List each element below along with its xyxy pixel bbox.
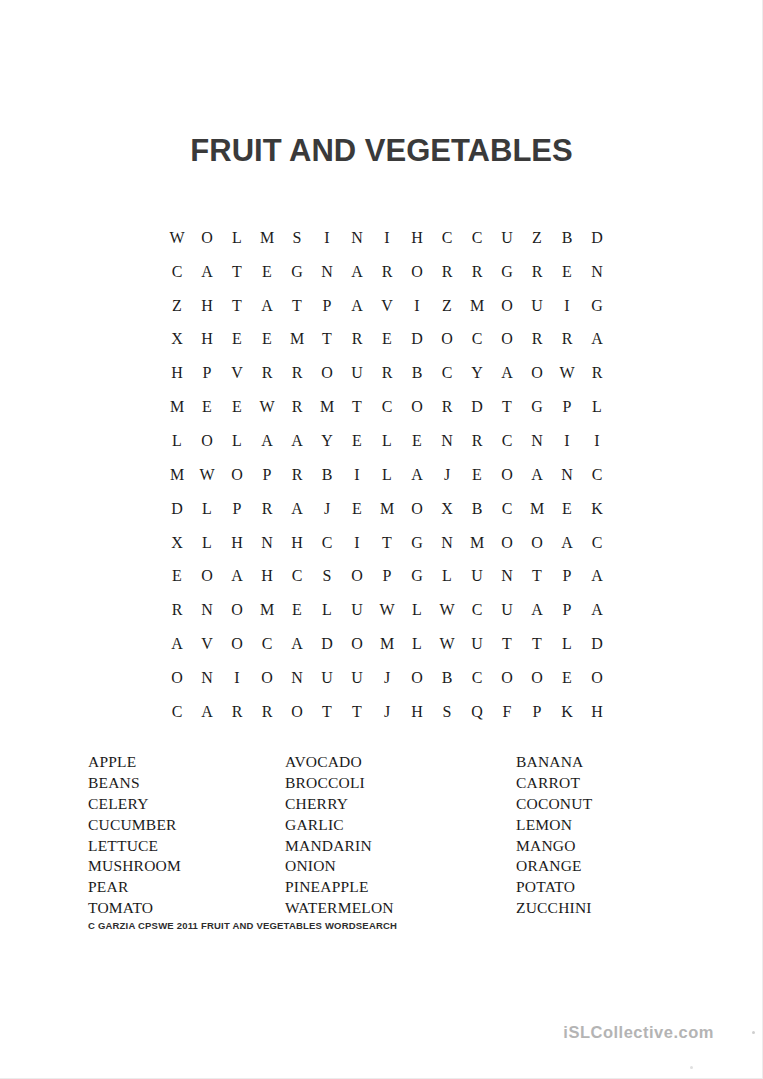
grid-cell: O [492, 458, 522, 492]
worksheet-page: FRUIT AND VEGETABLES WOLMSINIHCCUZBDCATE… [0, 0, 763, 1079]
grid-cell: Z [162, 289, 192, 323]
word-list-item: MANDARIN [285, 836, 394, 857]
grid-cell: R [162, 593, 192, 627]
grid-cell: E [192, 390, 222, 424]
grid-cell: I [312, 221, 342, 255]
grid-cell: V [222, 356, 252, 390]
grid-cell: V [372, 289, 402, 323]
grid-cell: A [492, 356, 522, 390]
grid-cell: E [342, 492, 372, 526]
grid-cell: P [552, 390, 582, 424]
grid-cell: C [162, 695, 192, 729]
grid-cell: O [342, 559, 372, 593]
grid-cell: A [192, 255, 222, 289]
grid-cell: O [222, 458, 252, 492]
grid-cell: I [372, 221, 402, 255]
grid-cell: H [402, 695, 432, 729]
grid-cell: J [432, 458, 462, 492]
grid-cell: N [492, 559, 522, 593]
grid-cell: A [402, 458, 432, 492]
grid-cell: N [432, 526, 462, 560]
grid-cell: X [432, 492, 462, 526]
grid-cell: L [192, 526, 222, 560]
grid-cell: C [462, 221, 492, 255]
grid-cell: M [462, 289, 492, 323]
grid-cell: L [162, 424, 192, 458]
grid-cell: C [252, 627, 282, 661]
grid-cell: O [432, 323, 462, 357]
grid-cell: O [492, 289, 522, 323]
grid-cell: L [372, 424, 402, 458]
grid-cell: E [552, 661, 582, 695]
grid-cell: O [222, 627, 252, 661]
grid-cell: A [282, 492, 312, 526]
grid-cell: R [282, 458, 312, 492]
grid-cell: N [522, 424, 552, 458]
grid-cell: A [522, 593, 552, 627]
grid-cell: G [492, 255, 522, 289]
grid-cell: E [462, 458, 492, 492]
grid-cell: L [312, 593, 342, 627]
scan-artifact-dot [690, 1066, 693, 1069]
word-list-item: TOMATO [88, 898, 181, 919]
word-list-item: ZUCCHINI [516, 898, 592, 919]
word-list-item: MUSHROOM [88, 856, 181, 877]
grid-cell: I [342, 526, 372, 560]
grid-cell: K [552, 695, 582, 729]
grid-cell: O [342, 627, 372, 661]
grid-cell: L [552, 627, 582, 661]
grid-cell: T [222, 255, 252, 289]
grid-cell: A [522, 458, 552, 492]
grid-cell: R [222, 695, 252, 729]
grid-cell: P [552, 593, 582, 627]
word-list-item: APPLE [88, 752, 181, 773]
grid-cell: H [402, 221, 432, 255]
grid-cell: D [312, 627, 342, 661]
grid-cell: M [282, 323, 312, 357]
grid-cell: N [432, 424, 462, 458]
grid-cell: M [162, 390, 192, 424]
grid-cell: F [492, 695, 522, 729]
grid-cell: T [342, 695, 372, 729]
grid-cell: M [162, 458, 192, 492]
word-list-column: AVOCADOBROCCOLICHERRYGARLICMANDARINONION… [285, 752, 394, 919]
grid-cell: T [342, 390, 372, 424]
grid-cell: L [402, 593, 432, 627]
word-list-item: BROCCOLI [285, 773, 394, 794]
credit-line: C GARZIA CPSWE 2011 FRUIT AND VEGETABLES… [88, 920, 397, 931]
grid-cell: O [282, 695, 312, 729]
grid-cell: C [282, 559, 312, 593]
grid-cell: C [462, 323, 492, 357]
grid-cell: E [552, 255, 582, 289]
grid-cell: U [462, 559, 492, 593]
word-list-item: CHERRY [285, 794, 394, 815]
grid-cell: C [372, 390, 402, 424]
grid-cell: I [222, 661, 252, 695]
grid-cell: G [522, 390, 552, 424]
grid-cell: K [582, 492, 612, 526]
grid-cell: L [372, 458, 402, 492]
grid-cell: M [312, 390, 342, 424]
grid-cell: U [312, 661, 342, 695]
word-list-item: ORANGE [516, 856, 592, 877]
grid-cell: J [372, 661, 402, 695]
grid-cell: B [462, 492, 492, 526]
grid-cell: R [522, 323, 552, 357]
grid-cell: N [582, 255, 612, 289]
word-list-item: BANANA [516, 752, 592, 773]
grid-cell: A [582, 323, 612, 357]
grid-cell: N [252, 526, 282, 560]
grid-cell: H [192, 289, 222, 323]
grid-cell: T [522, 559, 552, 593]
grid-cell: O [192, 221, 222, 255]
grid-cell: L [192, 492, 222, 526]
grid-cell: D [402, 323, 432, 357]
grid-cell: Q [462, 695, 492, 729]
grid-cell: R [582, 356, 612, 390]
grid-cell: A [222, 559, 252, 593]
word-list-column: APPLEBEANSCELERYCUCUMBERLETTUCEMUSHROOMP… [88, 752, 181, 919]
grid-cell: D [162, 492, 192, 526]
grid-cell: L [582, 390, 612, 424]
grid-cell: R [372, 255, 402, 289]
grid-cell: H [252, 559, 282, 593]
grid-cell: G [402, 526, 432, 560]
grid-cell: Z [522, 221, 552, 255]
grid-cell: M [372, 492, 402, 526]
grid-cell: Y [312, 424, 342, 458]
grid-cell: C [582, 526, 612, 560]
grid-cell: O [222, 593, 252, 627]
grid-cell: E [252, 255, 282, 289]
word-list-item: GARLIC [285, 815, 394, 836]
word-list-item: AVOCADO [285, 752, 394, 773]
grid-cell: U [342, 593, 372, 627]
grid-cell: A [282, 627, 312, 661]
grid-cell: H [192, 323, 222, 357]
grid-cell: M [522, 492, 552, 526]
grid-cell: S [432, 695, 462, 729]
grid-cell: M [372, 627, 402, 661]
scan-artifact-dot [752, 1031, 755, 1034]
grid-cell: Y [462, 356, 492, 390]
grid-cell: R [432, 390, 462, 424]
word-list-item: CARROT [516, 773, 592, 794]
grid-cell: E [552, 492, 582, 526]
grid-cell: A [582, 559, 612, 593]
word-list-item: LETTUCE [88, 836, 181, 857]
grid-cell: V [192, 627, 222, 661]
grid-cell: X [162, 323, 192, 357]
grid-cell: I [582, 424, 612, 458]
grid-cell: G [582, 289, 612, 323]
grid-cell: O [252, 661, 282, 695]
grid-cell: A [342, 289, 372, 323]
grid-cell: R [252, 356, 282, 390]
grid-cell: A [552, 526, 582, 560]
grid-cell: C [492, 492, 522, 526]
word-list-item: CUCUMBER [88, 815, 181, 836]
grid-cell: A [192, 695, 222, 729]
grid-cell: R [552, 323, 582, 357]
grid-cell: O [312, 356, 342, 390]
grid-cell: B [402, 356, 432, 390]
grid-cell: I [552, 424, 582, 458]
grid-cell: P [372, 559, 402, 593]
grid-cell: O [402, 255, 432, 289]
grid-cell: U [492, 221, 522, 255]
grid-cell: E [222, 390, 252, 424]
grid-cell: M [462, 526, 492, 560]
grid-cell: E [222, 323, 252, 357]
grid-cell: P [192, 356, 222, 390]
grid-cell: C [582, 458, 612, 492]
grid-cell: O [402, 390, 432, 424]
word-list-item: PINEAPPLE [285, 877, 394, 898]
grid-cell: E [402, 424, 432, 458]
grid-cell: O [522, 661, 552, 695]
grid-cell: R [432, 255, 462, 289]
grid-cell: H [162, 356, 192, 390]
grid-cell: N [312, 255, 342, 289]
grid-cell: U [522, 289, 552, 323]
grid-cell: D [582, 627, 612, 661]
grid-cell: I [402, 289, 432, 323]
word-list-item: LEMON [516, 815, 592, 836]
grid-cell: H [222, 526, 252, 560]
word-list-item: POTATO [516, 877, 592, 898]
grid-cell: W [192, 458, 222, 492]
grid-cell: P [552, 559, 582, 593]
grid-cell: T [522, 627, 552, 661]
grid-cell: N [552, 458, 582, 492]
grid-cell: W [162, 221, 192, 255]
grid-cell: E [252, 323, 282, 357]
grid-cell: A [342, 255, 372, 289]
grid-cell: A [162, 627, 192, 661]
grid-cell: N [282, 661, 312, 695]
grid-cell: P [312, 289, 342, 323]
grid-cell: R [462, 424, 492, 458]
grid-cell: U [492, 593, 522, 627]
grid-cell: B [312, 458, 342, 492]
grid-cell: E [282, 593, 312, 627]
grid-cell: H [282, 526, 312, 560]
grid-cell: R [372, 356, 402, 390]
grid-cell: W [252, 390, 282, 424]
word-list-item: ONION [285, 856, 394, 877]
grid-cell: L [222, 221, 252, 255]
grid-cell: D [462, 390, 492, 424]
grid-cell: N [342, 221, 372, 255]
grid-cell: W [432, 627, 462, 661]
grid-cell: A [582, 593, 612, 627]
word-list-column: BANANACARROTCOCONUTLEMONMANGOORANGEPOTAT… [516, 752, 592, 919]
grid-cell: L [432, 559, 462, 593]
grid-cell: B [552, 221, 582, 255]
grid-cell: R [462, 255, 492, 289]
grid-cell: N [192, 593, 222, 627]
grid-cell: O [522, 526, 552, 560]
grid-cell: I [342, 458, 372, 492]
grid-cell: A [252, 289, 282, 323]
word-list-item: PEAR [88, 877, 181, 898]
grid-cell: T [282, 289, 312, 323]
grid-cell: C [432, 356, 462, 390]
grid-cell: E [162, 559, 192, 593]
grid-cell: O [522, 356, 552, 390]
grid-cell: W [552, 356, 582, 390]
grid-cell: J [312, 492, 342, 526]
grid-cell: R [342, 323, 372, 357]
grid-cell: D [582, 221, 612, 255]
grid-cell: T [222, 289, 252, 323]
grid-cell: J [372, 695, 402, 729]
grid-cell: O [162, 661, 192, 695]
word-list-item: CELERY [88, 794, 181, 815]
islcollective-watermark: iSLCollective.com [563, 1023, 714, 1042]
grid-cell: T [492, 627, 522, 661]
grid-cell: C [462, 593, 492, 627]
grid-cell: C [462, 661, 492, 695]
grid-cell: E [342, 424, 372, 458]
grid-cell: Z [432, 289, 462, 323]
grid-cell: T [492, 390, 522, 424]
word-list-item: COCONUT [516, 794, 592, 815]
word-list-item: BEANS [88, 773, 181, 794]
grid-cell: M [252, 593, 282, 627]
word-search-grid: WOLMSINIHCCUZBDCATEGNARORRGRENZHTATPAVIZ… [162, 221, 612, 729]
grid-cell: R [252, 695, 282, 729]
grid-cell: R [282, 356, 312, 390]
grid-cell: R [282, 390, 312, 424]
page-title: FRUIT AND VEGETABLES [0, 135, 763, 167]
grid-cell: A [282, 424, 312, 458]
grid-cell: N [192, 661, 222, 695]
grid-cell: C [162, 255, 192, 289]
grid-cell: O [582, 661, 612, 695]
grid-cell: L [222, 424, 252, 458]
grid-cell: U [342, 661, 372, 695]
grid-cell: U [342, 356, 372, 390]
grid-cell: T [372, 526, 402, 560]
grid-cell: O [492, 526, 522, 560]
grid-cell: S [312, 559, 342, 593]
grid-cell: R [252, 492, 282, 526]
grid-cell: C [492, 424, 522, 458]
grid-cell: C [432, 221, 462, 255]
grid-cell: I [552, 289, 582, 323]
grid-cell: R [522, 255, 552, 289]
grid-cell: S [282, 221, 312, 255]
grid-cell: G [282, 255, 312, 289]
grid-cell: T [312, 323, 342, 357]
grid-cell: O [492, 661, 522, 695]
grid-cell: W [432, 593, 462, 627]
grid-cell: O [402, 492, 432, 526]
grid-cell: P [222, 492, 252, 526]
grid-cell: H [582, 695, 612, 729]
grid-cell: L [402, 627, 432, 661]
grid-cell: M [252, 221, 282, 255]
grid-cell: U [462, 627, 492, 661]
word-list-item: WATERMELON [285, 898, 394, 919]
grid-cell: O [192, 559, 222, 593]
grid-cell: O [192, 424, 222, 458]
grid-cell: O [402, 661, 432, 695]
grid-cell: G [402, 559, 432, 593]
grid-cell: W [372, 593, 402, 627]
grid-cell: X [162, 526, 192, 560]
grid-cell: B [432, 661, 462, 695]
grid-cell: P [252, 458, 282, 492]
grid-cell: T [312, 695, 342, 729]
grid-cell: C [312, 526, 342, 560]
word-list-item: MANGO [516, 836, 592, 857]
grid-cell: A [252, 424, 282, 458]
grid-cell: P [522, 695, 552, 729]
grid-cell: E [372, 323, 402, 357]
grid-cell: O [492, 323, 522, 357]
